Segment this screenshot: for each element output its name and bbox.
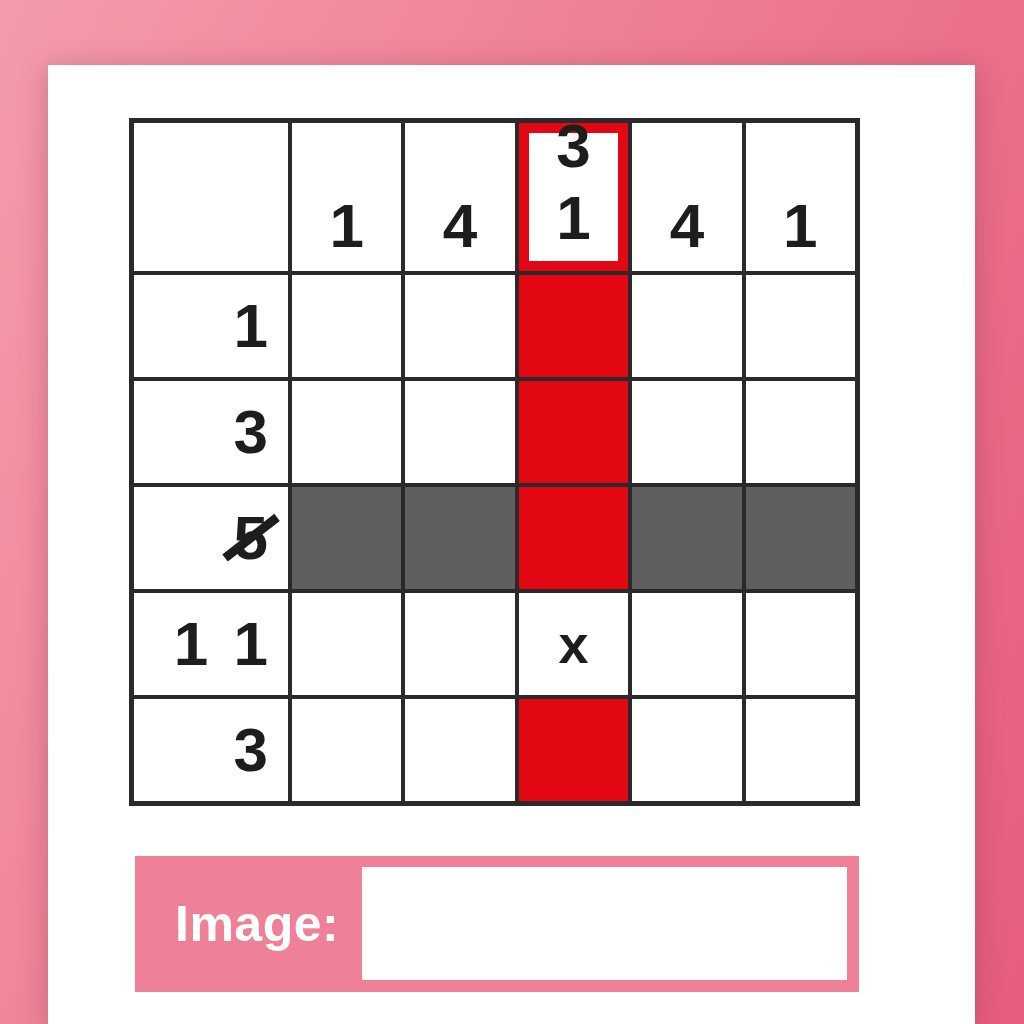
cell-r2c2-empty[interactable] — [405, 381, 514, 483]
row-clue-1: 1 — [134, 275, 288, 377]
cell-r2c1-empty[interactable] — [292, 381, 401, 483]
clue-number: 3 — [234, 401, 268, 463]
clue-number: 1 — [329, 195, 363, 257]
clue-number: 1 — [234, 295, 268, 357]
cell-r3c2-gray[interactable] — [405, 487, 514, 589]
cell-r1c3-red[interactable] — [519, 275, 628, 377]
row-clue-5: 3 — [134, 699, 288, 801]
nonogram-grid: 1431411351 1x3 — [129, 118, 860, 806]
cell-r5c4-empty[interactable] — [632, 699, 741, 801]
cell-r5c2-empty[interactable] — [405, 699, 514, 801]
clue-number: 1 1 — [174, 613, 268, 675]
cell-r3c5-gray[interactable] — [746, 487, 855, 589]
cell-r1c2-empty[interactable] — [405, 275, 514, 377]
background: 1431411351 1x3 Image: — [0, 0, 1024, 1024]
column-clue-4: 4 — [632, 123, 741, 271]
puzzle-card: 1431411351 1x3 Image: — [48, 65, 975, 1024]
clue-corner — [134, 123, 288, 271]
cell-r3c3-red[interactable] — [519, 487, 628, 589]
clue-number: 3 — [556, 115, 590, 177]
cell-r5c5-empty[interactable] — [746, 699, 855, 801]
image-answer-input[interactable] — [362, 867, 847, 980]
column-clue-5: 1 — [746, 123, 855, 271]
clue-number: 4 — [670, 195, 704, 257]
cell-r2c4-empty[interactable] — [632, 381, 741, 483]
cell-r5c1-empty[interactable] — [292, 699, 401, 801]
cell-r4c2-empty[interactable] — [405, 593, 514, 695]
image-label: Image: — [175, 856, 339, 992]
column-clue-1: 1 — [292, 123, 401, 271]
cell-r3c1-gray[interactable] — [292, 487, 401, 589]
cell-r1c4-empty[interactable] — [632, 275, 741, 377]
clue-number: 1 — [556, 187, 590, 249]
row-clue-4: 1 1 — [134, 593, 288, 695]
cell-r4c3-x[interactable]: x — [519, 593, 628, 695]
clue-number: 4 — [443, 195, 477, 257]
cell-r1c5-empty[interactable] — [746, 275, 855, 377]
cell-r2c5-empty[interactable] — [746, 381, 855, 483]
cell-r2c3-red[interactable] — [519, 381, 628, 483]
clue-number-crossed: 5 — [234, 507, 268, 569]
cell-r4c4-empty[interactable] — [632, 593, 741, 695]
row-clue-3: 5 — [134, 487, 288, 589]
column-clue-3-highlighted: 31 — [519, 123, 628, 271]
row-clue-2: 3 — [134, 381, 288, 483]
column-clue-2: 4 — [405, 123, 514, 271]
cell-r5c3-red[interactable] — [519, 699, 628, 801]
clue-number: 3 — [234, 719, 268, 781]
image-bar: Image: — [135, 856, 859, 992]
cell-r3c4-gray[interactable] — [632, 487, 741, 589]
cell-r4c1-empty[interactable] — [292, 593, 401, 695]
clue-number: 1 — [783, 195, 817, 257]
cell-r4c5-empty[interactable] — [746, 593, 855, 695]
cell-r1c1-empty[interactable] — [292, 275, 401, 377]
